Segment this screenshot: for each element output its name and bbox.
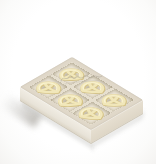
pretzel-item — [77, 105, 106, 122]
pretzel-item — [101, 92, 127, 107]
product-photo — [0, 0, 156, 164]
watermark-underline — [65, 80, 100, 84]
watermark — [59, 70, 105, 87]
